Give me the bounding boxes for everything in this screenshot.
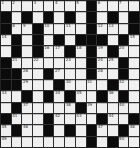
- cell-r6c10[interactable]: 24: [97, 58, 107, 68]
- cell-r1c8[interactable]: 5: [76, 1, 86, 11]
- cell-r4c7[interactable]: [65, 35, 75, 45]
- clue-number: 13: [108, 24, 113, 28]
- black-cell-r3c9: [87, 24, 97, 34]
- black-cell-r5c2: [12, 46, 22, 56]
- clue-number: 14: [2, 35, 7, 39]
- clue-number: 47: [98, 125, 103, 129]
- black-cell-r5c11: [108, 46, 118, 56]
- black-cell-r7c2: [12, 69, 22, 79]
- black-cell-r2c9: [87, 12, 97, 22]
- cell-r6c2[interactable]: 21: [12, 58, 22, 68]
- black-cell-r7c9: [87, 69, 97, 79]
- clue-number: 22: [34, 58, 39, 62]
- black-cell-r2c3: [22, 12, 32, 22]
- cell-r9c11[interactable]: 36: [108, 91, 118, 101]
- cell-r5c3[interactable]: [22, 46, 32, 56]
- cell-r11c3[interactable]: [22, 114, 32, 124]
- cell-r1c1[interactable]: 1: [1, 1, 11, 11]
- cell-r8c3[interactable]: 29: [22, 80, 32, 90]
- cell-r7c6[interactable]: 27: [54, 69, 64, 79]
- cell-r1c7[interactable]: [65, 1, 75, 11]
- black-cell-r2c7: [65, 12, 75, 22]
- clue-number: 24: [98, 58, 103, 62]
- cell-r3c12[interactable]: [119, 24, 129, 34]
- cell-r9c13[interactable]: [129, 91, 139, 101]
- cell-r2c8[interactable]: [76, 12, 86, 22]
- black-cell-r9c5: [44, 91, 54, 101]
- black-cell-r4c4: [33, 35, 43, 45]
- cell-r8c12[interactable]: 32: [119, 80, 129, 90]
- black-cell-r6c9: [87, 58, 97, 68]
- cell-r13c7[interactable]: [65, 137, 75, 147]
- cell-r3c2[interactable]: 8: [12, 24, 22, 34]
- cell-r10c6[interactable]: [54, 103, 64, 113]
- black-cell-r7c12: [119, 69, 129, 79]
- cell-r9c1[interactable]: 33: [1, 91, 11, 101]
- clue-number: 45: [2, 125, 7, 129]
- black-cell-r11c5: [44, 114, 54, 124]
- black-cell-r4c8: [76, 35, 86, 45]
- black-cell-r13c11: [108, 137, 118, 147]
- cell-r8c7[interactable]: 30: [65, 80, 75, 90]
- cell-r7c10[interactable]: 28: [97, 69, 107, 79]
- cell-r2c12[interactable]: [119, 12, 129, 22]
- black-cell-r8c11: [108, 80, 118, 90]
- cell-r11c8[interactable]: 43: [76, 114, 86, 124]
- cell-r8c9[interactable]: 31: [87, 80, 97, 90]
- black-cell-r4c9: [87, 35, 97, 45]
- cell-r11c12[interactable]: [119, 114, 129, 124]
- black-cell-r10c8: [76, 103, 86, 113]
- cell-r5c8[interactable]: 18: [76, 46, 86, 56]
- cell-r7c13[interactable]: [129, 69, 139, 79]
- black-cell-r4c10: [97, 35, 107, 45]
- clue-number: 29: [23, 80, 28, 84]
- cell-r6c11[interactable]: 25: [108, 58, 118, 68]
- cell-r11c6[interactable]: 42: [54, 114, 64, 124]
- clue-number: 39: [87, 103, 92, 107]
- clue-number: 28: [98, 69, 103, 73]
- cell-r9c6[interactable]: 34: [54, 91, 64, 101]
- cell-r11c9[interactable]: [87, 114, 97, 124]
- black-cell-r12c12: [119, 125, 129, 135]
- clue-number: 3: [34, 1, 37, 5]
- black-cell-r10c2: [12, 103, 22, 113]
- clue-number: 32: [119, 80, 124, 84]
- cell-r11c4[interactable]: [33, 114, 43, 124]
- cell-r13c5[interactable]: [44, 137, 54, 147]
- clue-number: 1: [2, 1, 5, 5]
- clue-number: 46: [23, 125, 28, 129]
- clue-number: 5: [76, 1, 79, 5]
- cell-r13c12[interactable]: 50: [119, 137, 129, 147]
- cell-r13c4[interactable]: [33, 137, 43, 147]
- cell-r8c8[interactable]: [76, 80, 86, 90]
- black-cell-r8c2: [12, 80, 22, 90]
- black-cell-r2c13: [129, 12, 139, 22]
- black-cell-r5c7: [65, 46, 75, 56]
- cell-r12c1[interactable]: 45: [1, 125, 11, 135]
- black-cell-r2c5: [44, 12, 54, 22]
- clue-number: 34: [55, 91, 60, 95]
- cell-r12c4[interactable]: [33, 125, 43, 135]
- cell-r11c11[interactable]: 44: [108, 114, 118, 124]
- cell-r10c9[interactable]: 39: [87, 103, 97, 113]
- clue-number: 27: [55, 69, 60, 73]
- black-cell-r11c1: [1, 114, 11, 124]
- clue-number: 36: [108, 91, 113, 95]
- cell-r7c8[interactable]: [76, 69, 86, 79]
- cell-r6c13[interactable]: [129, 58, 139, 68]
- clue-number: 40: [119, 103, 124, 107]
- cell-r6c5[interactable]: [44, 58, 54, 68]
- cell-r12c13[interactable]: 48: [129, 125, 139, 135]
- cell-r12c11[interactable]: [108, 125, 118, 135]
- clue-number: 31: [87, 80, 92, 84]
- cell-r13c6[interactable]: [54, 137, 64, 147]
- clue-number: 37: [23, 103, 28, 107]
- black-cell-r3c1: [1, 24, 11, 34]
- cell-r13c3[interactable]: [22, 137, 32, 147]
- black-cell-r3c13: [129, 24, 139, 34]
- cell-r4c1[interactable]: 14: [1, 35, 11, 45]
- cell-r9c8[interactable]: 35: [76, 91, 86, 101]
- cell-r13c8[interactable]: [76, 137, 86, 147]
- black-cell-r6c12: [119, 58, 129, 68]
- cell-r5c12[interactable]: 20: [119, 46, 129, 56]
- cell-r10c4[interactable]: [33, 103, 43, 113]
- clue-number: 12: [98, 24, 103, 28]
- cell-r1c2[interactable]: 2: [12, 1, 22, 11]
- cell-r10c7[interactable]: 38: [65, 103, 75, 113]
- cell-r9c2[interactable]: [12, 91, 22, 101]
- black-cell-r3c4: [33, 24, 43, 34]
- clue-number: 16: [44, 46, 49, 50]
- cell-r7c4[interactable]: [33, 69, 43, 79]
- black-cell-r4c12: [119, 35, 129, 45]
- cell-r1c10[interactable]: 6: [97, 1, 107, 11]
- cell-r3c7[interactable]: 11: [65, 24, 75, 34]
- cell-r10c13[interactable]: [129, 103, 139, 113]
- cell-r10c1[interactable]: [1, 103, 11, 113]
- cell-r3c6[interactable]: [54, 24, 64, 34]
- cell-r13c1[interactable]: 49: [1, 137, 11, 147]
- black-cell-r9c12: [119, 91, 129, 101]
- cell-r5c13[interactable]: [129, 46, 139, 56]
- black-cell-r2c1: [1, 12, 11, 22]
- black-cell-r12c2: [12, 125, 22, 135]
- cell-r1c12[interactable]: 7: [119, 1, 129, 11]
- clue-number: 50: [119, 137, 124, 141]
- cell-r11c2[interactable]: 41: [12, 114, 22, 124]
- cell-r6c4[interactable]: 22: [33, 58, 43, 68]
- cell-r10c3[interactable]: 37: [22, 103, 32, 113]
- black-cell-r2c11: [108, 12, 118, 22]
- cell-r7c3[interactable]: 26: [22, 69, 32, 79]
- clue-number: 6: [98, 1, 101, 5]
- black-cell-r8c1: [1, 80, 11, 90]
- cell-r6c3[interactable]: [22, 58, 32, 68]
- clue-number: 10: [44, 24, 49, 28]
- cell-r3c8[interactable]: [76, 24, 86, 34]
- cell-r3c10[interactable]: 12: [97, 24, 107, 34]
- cell-r1c3[interactable]: [22, 1, 32, 11]
- cell-r11c7[interactable]: [65, 114, 75, 124]
- black-cell-r11c10: [97, 114, 107, 124]
- black-cell-r12c7: [65, 125, 75, 135]
- cell-r7c7[interactable]: [65, 69, 75, 79]
- clue-number: 11: [66, 24, 71, 28]
- black-cell-r9c10: [97, 91, 107, 101]
- clue-number: 20: [119, 46, 124, 50]
- black-cell-r5c4: [33, 46, 43, 56]
- cell-r8c4[interactable]: [33, 80, 43, 90]
- cell-r6c8[interactable]: [76, 58, 86, 68]
- cell-r9c4[interactable]: [33, 91, 43, 101]
- clue-number: 48: [130, 125, 135, 129]
- clue-number: 42: [55, 114, 60, 118]
- crossword-grid: 1234567891011121314151617181920212223242…: [0, 0, 140, 148]
- clue-number: 7: [119, 1, 122, 5]
- cell-r3c3[interactable]: 9: [22, 24, 32, 34]
- clue-number: 19: [98, 46, 103, 50]
- cell-r5c1[interactable]: [1, 46, 11, 56]
- cell-r4c11[interactable]: [108, 35, 118, 45]
- cell-r2c6[interactable]: [54, 12, 64, 22]
- black-cell-r6c1: [1, 58, 11, 68]
- black-cell-r7c1: [1, 69, 11, 79]
- cell-r2c10[interactable]: [97, 12, 107, 22]
- black-cell-r13c9: [87, 137, 97, 147]
- cell-r2c2[interactable]: [12, 12, 22, 22]
- black-cell-r12c9: [87, 125, 97, 135]
- cell-r3c5[interactable]: 10: [44, 24, 54, 34]
- cell-r12c10[interactable]: 47: [97, 125, 107, 135]
- cell-r4c13[interactable]: 15: [129, 35, 139, 45]
- cell-r8c5[interactable]: [44, 80, 54, 90]
- black-cell-r9c7: [65, 91, 75, 101]
- black-cell-r7c5: [44, 69, 54, 79]
- clue-number: 30: [66, 80, 71, 84]
- cell-r1c11[interactable]: [108, 1, 118, 11]
- black-cell-r4c6: [54, 35, 64, 45]
- clue-number: 23: [66, 58, 71, 62]
- cell-r8c13[interactable]: [129, 80, 139, 90]
- cell-r9c9[interactable]: [87, 91, 97, 101]
- cell-r2c4[interactable]: [33, 12, 43, 22]
- cell-r13c13[interactable]: [129, 137, 139, 147]
- clue-number: 4: [55, 1, 58, 5]
- cell-r1c6[interactable]: 4: [54, 1, 64, 11]
- cell-r13c2[interactable]: [12, 137, 22, 147]
- cell-r12c6[interactable]: [54, 125, 64, 135]
- black-cell-r4c2: [12, 35, 22, 45]
- clue-number: 18: [76, 46, 81, 50]
- cell-r12c3[interactable]: 46: [22, 125, 32, 135]
- clue-number: 25: [108, 58, 113, 62]
- cell-r1c13[interactable]: [129, 1, 139, 11]
- cell-r6c7[interactable]: 23: [65, 58, 75, 68]
- cell-r10c11[interactable]: [108, 103, 118, 113]
- clue-number: 44: [108, 114, 113, 118]
- black-cell-r11c13: [129, 114, 139, 124]
- clue-number: 43: [76, 114, 81, 118]
- clue-number: 21: [12, 58, 17, 62]
- cell-r5c5[interactable]: 16: [44, 46, 54, 56]
- clue-number: 2: [12, 1, 15, 5]
- clue-number: 26: [23, 69, 28, 73]
- cell-r13c10[interactable]: [97, 137, 107, 147]
- cell-r3c11[interactable]: 13: [108, 24, 118, 34]
- black-cell-r5c9: [87, 46, 97, 56]
- clue-number: 38: [66, 103, 71, 107]
- cell-r6c6[interactable]: [54, 58, 64, 68]
- clue-number: 35: [76, 91, 81, 95]
- clue-number: 33: [2, 91, 7, 95]
- black-cell-r1c9: [87, 1, 97, 11]
- clue-number: 17: [55, 46, 60, 50]
- cell-r1c4[interactable]: 3: [33, 1, 43, 11]
- cell-r4c5[interactable]: [44, 35, 54, 45]
- black-cell-r9c3: [22, 91, 32, 101]
- clue-number: 15: [130, 35, 135, 39]
- cell-r5c10[interactable]: 19: [97, 46, 107, 56]
- cell-r12c8[interactable]: [76, 125, 86, 135]
- black-cell-r8c6: [54, 80, 64, 90]
- cell-r8c10[interactable]: [97, 80, 107, 90]
- cell-r1c5[interactable]: [44, 1, 54, 11]
- clue-number: 41: [12, 114, 17, 118]
- cell-r10c12[interactable]: 40: [119, 103, 129, 113]
- cell-r10c10[interactable]: [97, 103, 107, 113]
- cell-r10c5[interactable]: [44, 103, 54, 113]
- clue-number: 8: [12, 24, 15, 28]
- clue-number: 9: [23, 24, 26, 28]
- cell-r4c3[interactable]: [22, 35, 32, 45]
- black-cell-r12c5: [44, 125, 54, 135]
- cell-r7c11[interactable]: [108, 69, 118, 79]
- clue-number: 49: [2, 137, 7, 141]
- cell-r5c6[interactable]: 17: [54, 46, 64, 56]
